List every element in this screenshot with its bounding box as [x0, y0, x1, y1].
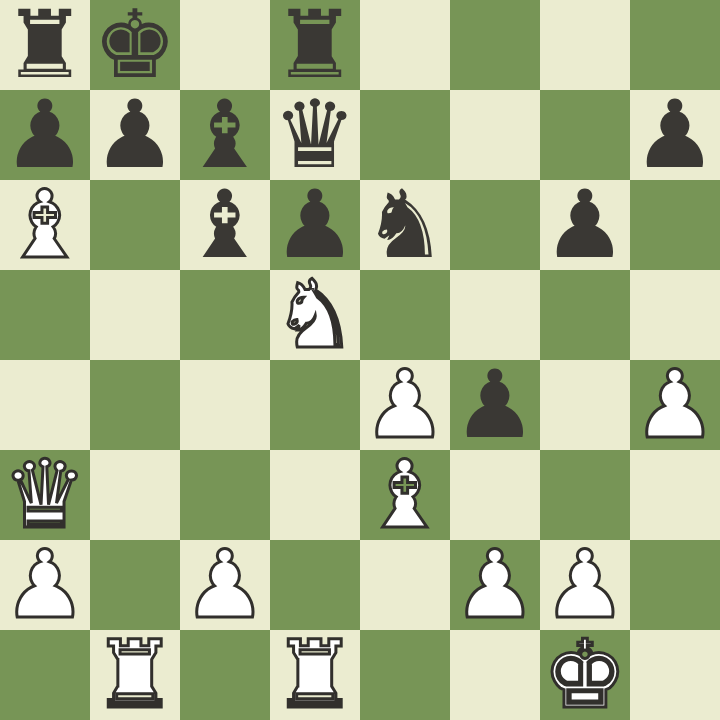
square-c5[interactable]: [180, 270, 270, 360]
square-f8[interactable]: [450, 0, 540, 90]
square-b8[interactable]: ♚: [90, 0, 180, 90]
black-knight-e6[interactable]: ♞: [363, 180, 447, 270]
white-rook-b1[interactable]: ♜: [93, 630, 177, 720]
square-a4[interactable]: [0, 360, 90, 450]
square-d4[interactable]: [270, 360, 360, 450]
chess-board: ♜♚♜♟♟♝♛♟♝♝♟♞♟♞♟♟♟♛♝♟♟♟♟♜♜♚: [0, 0, 720, 720]
square-h3[interactable]: [630, 450, 720, 540]
square-b5[interactable]: [90, 270, 180, 360]
square-f2[interactable]: ♟: [450, 540, 540, 630]
square-f4[interactable]: ♟: [450, 360, 540, 450]
square-d2[interactable]: [270, 540, 360, 630]
square-e5[interactable]: [360, 270, 450, 360]
square-d7[interactable]: ♛: [270, 90, 360, 180]
square-e1[interactable]: [360, 630, 450, 720]
black-pawn-a7[interactable]: ♟: [3, 90, 87, 180]
square-f1[interactable]: [450, 630, 540, 720]
black-pawn-f4[interactable]: ♟: [453, 360, 537, 450]
black-bishop-c7[interactable]: ♝: [183, 90, 267, 180]
square-b7[interactable]: ♟: [90, 90, 180, 180]
square-g6[interactable]: ♟: [540, 180, 630, 270]
square-f5[interactable]: [450, 270, 540, 360]
black-pawn-d6[interactable]: ♟: [273, 180, 357, 270]
square-c1[interactable]: [180, 630, 270, 720]
square-d5[interactable]: ♞: [270, 270, 360, 360]
square-b1[interactable]: ♜: [90, 630, 180, 720]
square-a1[interactable]: [0, 630, 90, 720]
square-e3[interactable]: ♝: [360, 450, 450, 540]
white-pawn-g2[interactable]: ♟: [543, 540, 627, 630]
square-c3[interactable]: [180, 450, 270, 540]
square-b6[interactable]: [90, 180, 180, 270]
square-e2[interactable]: [360, 540, 450, 630]
white-knight-d5[interactable]: ♞: [273, 270, 357, 360]
square-d6[interactable]: ♟: [270, 180, 360, 270]
square-h5[interactable]: [630, 270, 720, 360]
square-c7[interactable]: ♝: [180, 90, 270, 180]
square-a2[interactable]: ♟: [0, 540, 90, 630]
white-king-g1[interactable]: ♚: [543, 630, 627, 720]
square-f6[interactable]: [450, 180, 540, 270]
square-g4[interactable]: [540, 360, 630, 450]
white-queen-a3[interactable]: ♛: [3, 450, 87, 540]
square-a3[interactable]: ♛: [0, 450, 90, 540]
square-g3[interactable]: [540, 450, 630, 540]
white-pawn-a2[interactable]: ♟: [3, 540, 87, 630]
white-pawn-f2[interactable]: ♟: [453, 540, 537, 630]
square-d8[interactable]: ♜: [270, 0, 360, 90]
square-c4[interactable]: [180, 360, 270, 450]
black-bishop-c6[interactable]: ♝: [183, 180, 267, 270]
square-g8[interactable]: [540, 0, 630, 90]
white-bishop-e3[interactable]: ♝: [363, 450, 447, 540]
square-a5[interactable]: [0, 270, 90, 360]
black-pawn-b7[interactable]: ♟: [93, 90, 177, 180]
black-queen-d7[interactable]: ♛: [273, 90, 357, 180]
black-rook-d8[interactable]: ♜: [273, 0, 357, 90]
square-a6[interactable]: ♝: [0, 180, 90, 270]
square-e4[interactable]: ♟: [360, 360, 450, 450]
square-f7[interactable]: [450, 90, 540, 180]
square-b2[interactable]: [90, 540, 180, 630]
square-h8[interactable]: [630, 0, 720, 90]
square-f3[interactable]: [450, 450, 540, 540]
square-b4[interactable]: [90, 360, 180, 450]
square-h1[interactable]: [630, 630, 720, 720]
square-h7[interactable]: ♟: [630, 90, 720, 180]
square-g1[interactable]: ♚: [540, 630, 630, 720]
black-king-b8[interactable]: ♚: [93, 0, 177, 90]
square-c2[interactable]: ♟: [180, 540, 270, 630]
white-pawn-c2[interactable]: ♟: [183, 540, 267, 630]
square-g2[interactable]: ♟: [540, 540, 630, 630]
white-bishop-a6[interactable]: ♝: [3, 180, 87, 270]
black-rook-a8[interactable]: ♜: [3, 0, 87, 90]
square-e6[interactable]: ♞: [360, 180, 450, 270]
square-g7[interactable]: [540, 90, 630, 180]
square-a7[interactable]: ♟: [0, 90, 90, 180]
black-pawn-g6[interactable]: ♟: [543, 180, 627, 270]
square-g5[interactable]: [540, 270, 630, 360]
square-a8[interactable]: ♜: [0, 0, 90, 90]
black-pawn-h7[interactable]: ♟: [633, 90, 717, 180]
square-h4[interactable]: ♟: [630, 360, 720, 450]
square-h2[interactable]: [630, 540, 720, 630]
white-rook-d1[interactable]: ♜: [273, 630, 357, 720]
square-b3[interactable]: [90, 450, 180, 540]
square-d1[interactable]: ♜: [270, 630, 360, 720]
square-e8[interactable]: [360, 0, 450, 90]
square-c8[interactable]: [180, 0, 270, 90]
square-h6[interactable]: [630, 180, 720, 270]
square-e7[interactable]: [360, 90, 450, 180]
square-d3[interactable]: [270, 450, 360, 540]
white-pawn-h4[interactable]: ♟: [633, 360, 717, 450]
white-pawn-e4[interactable]: ♟: [363, 360, 447, 450]
square-c6[interactable]: ♝: [180, 180, 270, 270]
